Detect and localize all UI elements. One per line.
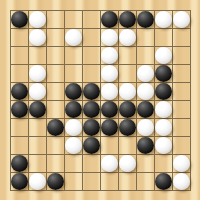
white-stone[interactable] — [65, 29, 82, 46]
white-stone[interactable] — [101, 47, 118, 64]
black-stone[interactable] — [101, 119, 118, 136]
white-stone[interactable] — [155, 47, 172, 64]
black-stone[interactable] — [101, 11, 118, 28]
black-stone[interactable] — [101, 101, 118, 118]
white-stone[interactable] — [137, 119, 154, 136]
white-stone[interactable] — [155, 137, 172, 154]
white-stone[interactable] — [173, 155, 190, 172]
white-stone[interactable] — [155, 119, 172, 136]
black-stone[interactable] — [65, 83, 82, 100]
white-stone[interactable] — [155, 11, 172, 28]
black-stone[interactable] — [83, 83, 100, 100]
black-stone[interactable] — [137, 101, 154, 118]
black-stone[interactable] — [119, 101, 136, 118]
black-stone[interactable] — [11, 11, 28, 28]
black-stone[interactable] — [11, 173, 28, 190]
white-stone[interactable] — [119, 83, 136, 100]
black-stone[interactable] — [155, 83, 172, 100]
black-stone[interactable] — [119, 119, 136, 136]
black-stone[interactable] — [83, 101, 100, 118]
black-stone[interactable] — [29, 101, 46, 118]
black-stone[interactable] — [11, 83, 28, 100]
white-stone[interactable] — [29, 83, 46, 100]
white-stone[interactable] — [29, 65, 46, 82]
black-stone[interactable] — [83, 137, 100, 154]
black-stone[interactable] — [119, 11, 136, 28]
white-stone[interactable] — [101, 155, 118, 172]
white-stone[interactable] — [173, 11, 190, 28]
white-stone[interactable] — [137, 65, 154, 82]
white-stone[interactable] — [119, 155, 136, 172]
black-stone[interactable] — [137, 11, 154, 28]
white-stone[interactable] — [155, 101, 172, 118]
white-stone[interactable] — [101, 65, 118, 82]
white-stone[interactable] — [65, 119, 82, 136]
black-stone[interactable] — [65, 101, 82, 118]
black-stone[interactable] — [83, 119, 100, 136]
gomoku-board[interactable] — [0, 0, 200, 200]
white-stone[interactable] — [65, 137, 82, 154]
black-stone[interactable] — [47, 119, 64, 136]
white-stone[interactable] — [101, 29, 118, 46]
black-stone[interactable] — [155, 173, 172, 190]
white-stone[interactable] — [101, 83, 118, 100]
white-stone[interactable] — [137, 83, 154, 100]
white-stone[interactable] — [119, 29, 136, 46]
white-stone[interactable] — [29, 173, 46, 190]
white-stone[interactable] — [29, 11, 46, 28]
white-stone[interactable] — [173, 173, 190, 190]
black-stone[interactable] — [11, 155, 28, 172]
black-stone[interactable] — [137, 137, 154, 154]
black-stone[interactable] — [47, 173, 64, 190]
black-stone[interactable] — [155, 65, 172, 82]
white-stone[interactable] — [29, 29, 46, 46]
black-stone[interactable] — [11, 101, 28, 118]
